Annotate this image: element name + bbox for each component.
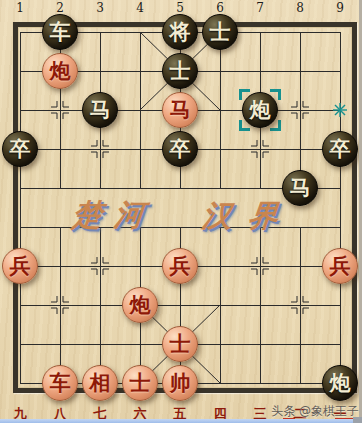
- black-cannon[interactable]: 炮: [322, 365, 358, 401]
- red-advisor[interactable]: 士: [122, 365, 158, 401]
- black-soldier[interactable]: 卒: [2, 131, 38, 167]
- file-label-top: 3: [80, 1, 120, 15]
- red-soldier[interactable]: 兵: [2, 248, 38, 284]
- file-label-top: 1: [0, 1, 40, 15]
- red-chariot[interactable]: 车: [42, 365, 78, 401]
- position-marker: [291, 101, 309, 119]
- watermark: 头条 @象棋王子: [271, 403, 359, 420]
- red-elephant[interactable]: 相: [82, 365, 118, 401]
- black-general[interactable]: 将: [162, 14, 198, 50]
- position-marker: [251, 140, 269, 158]
- position-marker: [91, 140, 109, 158]
- position-marker: [91, 257, 109, 275]
- black-advisor[interactable]: 士: [202, 14, 238, 50]
- black-soldier[interactable]: 卒: [162, 131, 198, 167]
- position-marker: [51, 101, 69, 119]
- black-soldier[interactable]: 卒: [322, 131, 358, 167]
- black-horse[interactable]: 马: [82, 92, 118, 128]
- xiangqi-app: 楚河 汉界 123456789 九八七六五四三二一 车将士士炮马马炮卒卒卒马兵兵…: [0, 0, 362, 423]
- file-label-top: 2: [40, 1, 80, 15]
- file-label-top: 5: [160, 1, 200, 15]
- black-advisor[interactable]: 士: [162, 53, 198, 89]
- black-chariot[interactable]: 车: [42, 14, 78, 50]
- red-soldier[interactable]: 兵: [162, 248, 198, 284]
- file-label-top: 8: [280, 1, 320, 15]
- red-cannon[interactable]: 炮: [122, 287, 158, 323]
- position-marker: [51, 296, 69, 314]
- red-soldier[interactable]: 兵: [322, 248, 358, 284]
- file-label-top: 9: [320, 1, 360, 15]
- river-label-left: 楚河: [70, 195, 158, 236]
- river-label-right: 汉界: [200, 196, 296, 237]
- file-label-top: 7: [240, 1, 280, 15]
- black-cannon[interactable]: 炮: [242, 92, 278, 128]
- watermark-text: @象棋: [295, 404, 335, 418]
- position-marker: [291, 296, 309, 314]
- bottom-right-corner: [353, 417, 362, 423]
- red-general[interactable]: 帅: [162, 365, 198, 401]
- red-cannon[interactable]: 炮: [42, 53, 78, 89]
- position-marker: [251, 257, 269, 275]
- red-horse[interactable]: 马: [162, 92, 198, 128]
- red-advisor[interactable]: 士: [162, 326, 198, 362]
- black-horse[interactable]: 马: [282, 170, 318, 206]
- watermark-text: 头: [271, 404, 283, 418]
- watermark-text: 条: [283, 404, 295, 420]
- bottom-edge-strip: [0, 419, 362, 423]
- file-label-top: 6: [200, 1, 240, 15]
- file-label-top: 4: [120, 1, 160, 15]
- last-move-origin-marker: [333, 103, 347, 117]
